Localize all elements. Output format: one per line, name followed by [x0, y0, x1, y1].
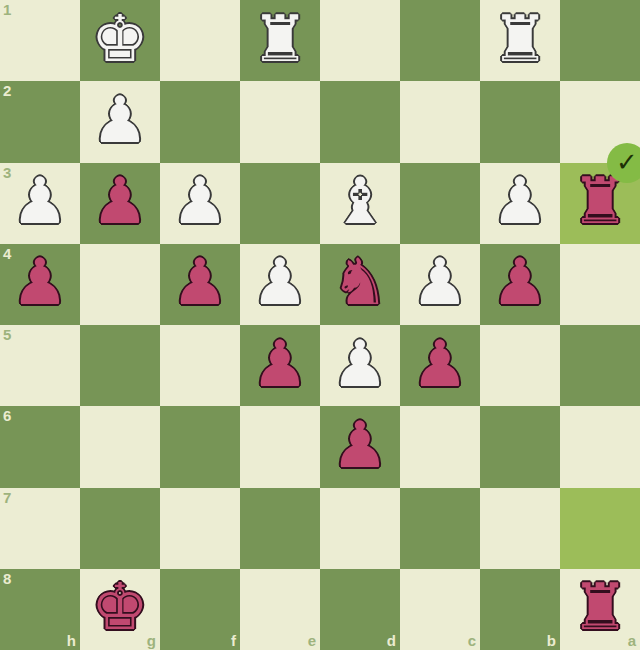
- black-pawn[interactable]: ♟: [91, 169, 148, 233]
- rank-label-3: 3: [3, 165, 11, 180]
- square-g1[interactable]: ♚: [80, 0, 160, 81]
- black-pawn[interactable]: ♟: [171, 250, 228, 314]
- white-pawn[interactable]: ♟: [491, 169, 548, 233]
- square-c8[interactable]: c: [400, 569, 480, 650]
- square-d7[interactable]: [320, 488, 400, 569]
- square-a1[interactable]: [560, 0, 640, 81]
- white-pawn[interactable]: ♟: [411, 250, 468, 314]
- square-b6[interactable]: [480, 406, 560, 487]
- rank-label-2: 2: [3, 83, 11, 98]
- white-king[interactable]: ♚: [91, 7, 148, 71]
- square-f1[interactable]: [160, 0, 240, 81]
- rank-label-4: 4: [3, 246, 11, 261]
- rank-label-7: 7: [3, 490, 11, 505]
- rank-label-1: 1: [3, 2, 11, 17]
- white-pawn[interactable]: ♟: [171, 169, 228, 233]
- white-pawn[interactable]: ♟: [11, 169, 68, 233]
- square-d4[interactable]: ♞: [320, 244, 400, 325]
- square-f3[interactable]: ♟: [160, 163, 240, 244]
- square-f5[interactable]: [160, 325, 240, 406]
- square-f8[interactable]: f: [160, 569, 240, 650]
- file-label-f: f: [231, 633, 236, 648]
- white-rook[interactable]: ♜: [491, 7, 548, 71]
- white-pawn[interactable]: ♟: [331, 332, 388, 396]
- square-g3[interactable]: ♟: [80, 163, 160, 244]
- square-b8[interactable]: b: [480, 569, 560, 650]
- square-c7[interactable]: [400, 488, 480, 569]
- file-label-a: a: [628, 633, 636, 648]
- white-bishop[interactable]: ♝: [331, 169, 388, 233]
- square-h4[interactable]: 4♟: [0, 244, 80, 325]
- square-e1[interactable]: ♜: [240, 0, 320, 81]
- file-label-c: c: [468, 633, 476, 648]
- black-pawn[interactable]: ♟: [491, 250, 548, 314]
- square-c5[interactable]: ♟: [400, 325, 480, 406]
- check-icon: ✓: [616, 149, 638, 175]
- square-d2[interactable]: [320, 81, 400, 162]
- white-pawn[interactable]: ♟: [251, 250, 308, 314]
- square-a8[interactable]: a♜: [560, 569, 640, 650]
- square-b3[interactable]: ♟: [480, 163, 560, 244]
- square-a6[interactable]: [560, 406, 640, 487]
- black-pawn[interactable]: ♟: [251, 332, 308, 396]
- black-rook[interactable]: ♜: [571, 575, 628, 639]
- square-b7[interactable]: [480, 488, 560, 569]
- black-pawn[interactable]: ♟: [411, 332, 468, 396]
- square-a3[interactable]: ♜✓: [560, 163, 640, 244]
- square-f2[interactable]: [160, 81, 240, 162]
- white-pawn[interactable]: ♟: [91, 88, 148, 152]
- square-f4[interactable]: ♟: [160, 244, 240, 325]
- rank-label-8: 8: [3, 571, 11, 586]
- square-f7[interactable]: [160, 488, 240, 569]
- black-knight[interactable]: ♞: [331, 250, 388, 314]
- square-a4[interactable]: [560, 244, 640, 325]
- square-h6[interactable]: 6: [0, 406, 80, 487]
- chess-board: 1♚♜♜2♟3♟♟♟♝♟♜✓4♟♟♟♞♟♟5♟♟♟6♟78hg♚fedcba♜: [0, 0, 640, 650]
- square-e6[interactable]: [240, 406, 320, 487]
- square-g8[interactable]: g♚: [80, 569, 160, 650]
- square-g5[interactable]: [80, 325, 160, 406]
- square-h8[interactable]: 8h: [0, 569, 80, 650]
- square-b5[interactable]: [480, 325, 560, 406]
- correct-move-badge: ✓: [607, 143, 640, 183]
- white-rook[interactable]: ♜: [251, 7, 308, 71]
- square-b4[interactable]: ♟: [480, 244, 560, 325]
- square-e4[interactable]: ♟: [240, 244, 320, 325]
- square-h5[interactable]: 5: [0, 325, 80, 406]
- square-c1[interactable]: [400, 0, 480, 81]
- square-b1[interactable]: ♜: [480, 0, 560, 81]
- square-h1[interactable]: 1: [0, 0, 80, 81]
- square-c2[interactable]: [400, 81, 480, 162]
- square-d8[interactable]: d: [320, 569, 400, 650]
- square-b2[interactable]: [480, 81, 560, 162]
- file-label-d: d: [387, 633, 396, 648]
- file-label-e: e: [308, 633, 316, 648]
- square-c4[interactable]: ♟: [400, 244, 480, 325]
- square-g6[interactable]: [80, 406, 160, 487]
- square-a5[interactable]: [560, 325, 640, 406]
- square-d6[interactable]: ♟: [320, 406, 400, 487]
- square-g2[interactable]: ♟: [80, 81, 160, 162]
- file-label-h: h: [67, 633, 76, 648]
- square-e5[interactable]: ♟: [240, 325, 320, 406]
- square-h7[interactable]: 7: [0, 488, 80, 569]
- file-label-b: b: [547, 633, 556, 648]
- square-e2[interactable]: [240, 81, 320, 162]
- square-f6[interactable]: [160, 406, 240, 487]
- square-g4[interactable]: [80, 244, 160, 325]
- square-c6[interactable]: [400, 406, 480, 487]
- square-d1[interactable]: [320, 0, 400, 81]
- square-e8[interactable]: e: [240, 569, 320, 650]
- square-d5[interactable]: ♟: [320, 325, 400, 406]
- black-pawn[interactable]: ♟: [331, 413, 388, 477]
- square-c3[interactable]: [400, 163, 480, 244]
- black-king[interactable]: ♚: [91, 575, 148, 639]
- square-h2[interactable]: 2: [0, 81, 80, 162]
- square-h3[interactable]: 3♟: [0, 163, 80, 244]
- square-d3[interactable]: ♝: [320, 163, 400, 244]
- rank-label-5: 5: [3, 327, 11, 342]
- square-a7[interactable]: [560, 488, 640, 569]
- square-g7[interactable]: [80, 488, 160, 569]
- rank-label-6: 6: [3, 408, 11, 423]
- black-pawn[interactable]: ♟: [11, 250, 68, 314]
- square-e7[interactable]: [240, 488, 320, 569]
- square-e3[interactable]: [240, 163, 320, 244]
